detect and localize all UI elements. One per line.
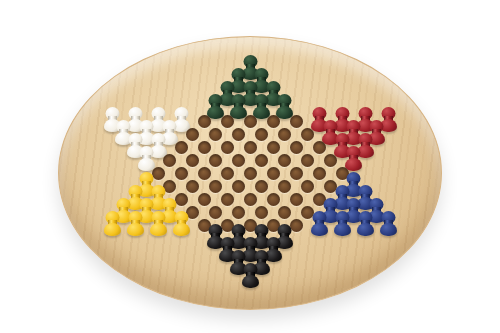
board-hole (267, 167, 280, 180)
board-cell (296, 154, 319, 167)
board-hole (267, 193, 280, 206)
board-hole (255, 128, 268, 141)
board-cell (193, 167, 216, 180)
board-cell (227, 206, 250, 219)
board-hole (267, 115, 280, 128)
board-cell (239, 115, 262, 128)
board-row (204, 102, 296, 115)
board-hole (209, 154, 222, 167)
board-cell (250, 154, 273, 167)
board-cell (308, 167, 331, 180)
board-cell (296, 128, 319, 141)
board-hole (186, 180, 199, 193)
board-cell (319, 154, 342, 167)
board-cell (216, 141, 239, 154)
board-cell (285, 115, 308, 128)
board-cell (158, 154, 181, 167)
board-cell (216, 167, 239, 180)
board-cell (262, 115, 285, 128)
board-cell (101, 219, 124, 232)
board-hole (301, 128, 314, 141)
board-hole (221, 167, 234, 180)
board-cell (227, 180, 250, 193)
peg-blue (380, 211, 397, 236)
board-hole (278, 180, 291, 193)
board-cell (170, 141, 193, 154)
peg-base-skirt (173, 223, 190, 236)
board-hole (186, 154, 199, 167)
board-cell (285, 141, 308, 154)
board-cell (273, 180, 296, 193)
peg-base-skirt (311, 223, 328, 236)
board-hole (244, 193, 257, 206)
board-grid (101, 63, 400, 284)
board-cell (135, 154, 158, 167)
board-hole (278, 128, 291, 141)
board-hole (175, 167, 188, 180)
board-hole (198, 167, 211, 180)
peg-yellow (173, 211, 190, 236)
board-hole (221, 141, 234, 154)
board-row (135, 180, 365, 193)
peg-base-skirt (242, 275, 259, 288)
board-cell (216, 193, 239, 206)
board-hole (290, 193, 303, 206)
board-cell (193, 141, 216, 154)
peg-base-skirt (357, 223, 374, 236)
board-hole (232, 206, 245, 219)
board-hole (232, 154, 245, 167)
peg-blue (357, 211, 374, 236)
board-hole (301, 180, 314, 193)
board-row (239, 271, 262, 284)
board-cell (181, 180, 204, 193)
board-hole (244, 115, 257, 128)
board-hole (209, 128, 222, 141)
board-cell (239, 193, 262, 206)
board-cell (262, 141, 285, 154)
board-hole (267, 141, 280, 154)
board-hole (244, 167, 257, 180)
board-hole (175, 141, 188, 154)
board-row (216, 89, 285, 102)
board-hole (324, 154, 337, 167)
board-cell (124, 219, 147, 232)
board-cell (227, 128, 250, 141)
peg-blue (311, 211, 328, 236)
board-hole (232, 180, 245, 193)
board-row (147, 167, 354, 180)
board-hole (255, 206, 268, 219)
board-hole (221, 193, 234, 206)
board-hole (313, 141, 326, 154)
board-cell (250, 180, 273, 193)
board-cell (262, 167, 285, 180)
board-cell (147, 219, 170, 232)
board-cell (308, 219, 331, 232)
board-cell (193, 193, 216, 206)
board-hole (198, 141, 211, 154)
board-cell (227, 154, 250, 167)
peg-base-skirt (127, 223, 144, 236)
peg-black (242, 263, 259, 288)
board-cell (273, 102, 296, 115)
peg-yellow (150, 211, 167, 236)
board-cell (342, 154, 365, 167)
board-cell (170, 167, 193, 180)
board-hole (301, 154, 314, 167)
board-hole (244, 141, 257, 154)
peg-yellow (127, 211, 144, 236)
board-cell (331, 219, 354, 232)
board-row (135, 154, 365, 167)
board-hole (255, 180, 268, 193)
board-cell (273, 154, 296, 167)
product-photo-background (0, 0, 500, 333)
board-cell (216, 115, 239, 128)
peg-base-skirt (380, 223, 397, 236)
board-cell (193, 115, 216, 128)
board-cell (204, 180, 227, 193)
peg-yellow (104, 211, 121, 236)
board-cell (204, 128, 227, 141)
peg-base-skirt (150, 223, 167, 236)
board-cell (273, 128, 296, 141)
peg-base-skirt (104, 223, 121, 236)
chinese-checkers-board (58, 36, 442, 310)
board-cell (354, 219, 377, 232)
board-cell (181, 128, 204, 141)
board-cell (250, 128, 273, 141)
board-cell (204, 206, 227, 219)
board-hole (290, 115, 303, 128)
board-cell (308, 141, 331, 154)
board-cell (250, 102, 273, 115)
peg-base-skirt (334, 223, 351, 236)
board-hole (290, 167, 303, 180)
board-hole (221, 115, 234, 128)
board-cell (273, 206, 296, 219)
board-hole (209, 206, 222, 219)
board-cell (250, 206, 273, 219)
board-cell (204, 102, 227, 115)
board-cell (285, 193, 308, 206)
board-row (216, 245, 285, 258)
board-hole (232, 128, 245, 141)
board-cell (227, 102, 250, 115)
board-hole (209, 180, 222, 193)
board-cell (204, 154, 227, 167)
board-cell (262, 193, 285, 206)
board-hole (278, 206, 291, 219)
board-cell (296, 180, 319, 193)
board-cell (181, 154, 204, 167)
board-cell (285, 167, 308, 180)
board-row (124, 141, 377, 154)
board-hole (186, 128, 199, 141)
board-cell (170, 219, 193, 232)
board-hole (278, 154, 291, 167)
board-hole (313, 167, 326, 180)
board-cell (377, 219, 400, 232)
board-cell (239, 167, 262, 180)
board-hole (255, 154, 268, 167)
board-cell (239, 271, 262, 284)
board-hole (290, 141, 303, 154)
board-hole (198, 115, 211, 128)
peg-blue (334, 211, 351, 236)
board-hole (198, 193, 211, 206)
board-row (101, 219, 400, 232)
board-cell (239, 141, 262, 154)
board-hole (163, 154, 176, 167)
